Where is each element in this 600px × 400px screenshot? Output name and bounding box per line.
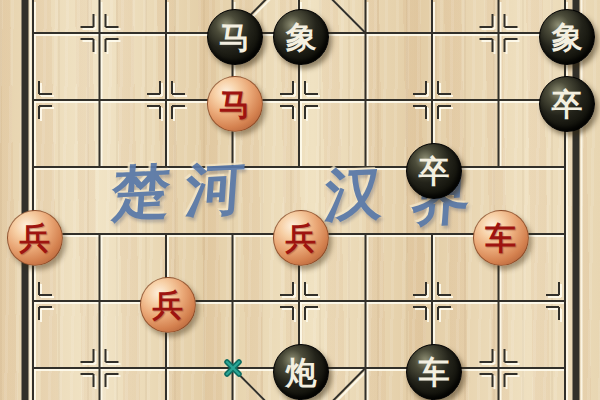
- last-move-marker: [224, 359, 242, 377]
- piece-black-horse[interactable]: 马: [207, 9, 263, 65]
- piece-glyph: 兵: [286, 223, 317, 254]
- piece-glyph: 炮: [286, 357, 317, 388]
- piece-red-chariot[interactable]: 车: [473, 210, 529, 266]
- piece-black-cannon[interactable]: 炮: [273, 344, 329, 400]
- piece-red-soldier[interactable]: 兵: [273, 210, 329, 266]
- piece-red-soldier[interactable]: 兵: [140, 277, 196, 333]
- piece-glyph: 卒: [552, 89, 583, 120]
- piece-red-soldier[interactable]: 兵: [7, 210, 63, 266]
- piece-glyph: 车: [485, 223, 516, 254]
- piece-black-elephant[interactable]: 象: [273, 9, 329, 65]
- piece-glyph: 象: [552, 22, 583, 53]
- xiangqi-board[interactable]: 楚 河 汉 界 马象象马卒卒兵兵车兵炮车: [0, 0, 600, 400]
- piece-glyph: 卒: [419, 156, 450, 187]
- piece-glyph: 车: [419, 357, 450, 388]
- piece-glyph: 马: [219, 22, 250, 53]
- x-cross-icon: [224, 359, 242, 377]
- piece-black-elephant[interactable]: 象: [539, 9, 595, 65]
- piece-glyph: 兵: [20, 223, 51, 254]
- piece-glyph: 象: [286, 22, 317, 53]
- piece-glyph: 兵: [153, 290, 184, 321]
- piece-black-chariot[interactable]: 车: [406, 344, 462, 400]
- piece-black-soldier[interactable]: 卒: [406, 143, 462, 199]
- piece-glyph: 马: [219, 89, 250, 120]
- piece-red-horse[interactable]: 马: [207, 76, 263, 132]
- piece-black-soldier[interactable]: 卒: [539, 76, 595, 132]
